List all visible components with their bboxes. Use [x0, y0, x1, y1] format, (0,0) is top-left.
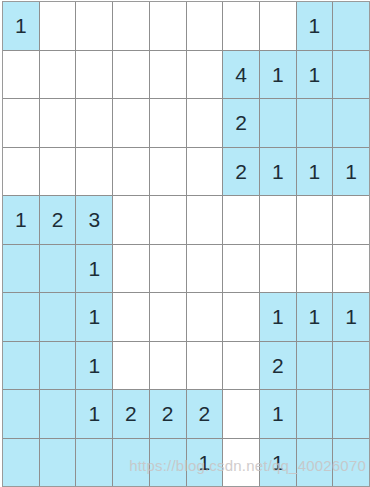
grid-cell[interactable]	[260, 2, 296, 50]
grid-cell[interactable]	[113, 342, 149, 390]
grid-cell[interactable]: 1	[3, 196, 39, 244]
grid-cell[interactable]	[297, 196, 333, 244]
grid-cell[interactable]	[113, 2, 149, 50]
grid-cell[interactable]	[150, 196, 186, 244]
grid-cell[interactable]	[150, 99, 186, 147]
grid-cell[interactable]: 1	[76, 342, 112, 390]
grid-cell[interactable]	[333, 2, 369, 50]
grid-cell[interactable]: 2	[187, 390, 223, 438]
grid-cell[interactable]: 1	[297, 293, 333, 341]
grid-cell[interactable]	[150, 148, 186, 196]
grid-cell[interactable]	[187, 2, 223, 50]
grid-cell[interactable]	[223, 390, 259, 438]
grid-cell[interactable]	[150, 51, 186, 99]
grid-cell[interactable]: 1	[3, 2, 39, 50]
grid-cell[interactable]: 1	[260, 148, 296, 196]
grid-cell[interactable]	[297, 245, 333, 293]
grid-cell[interactable]: 1	[297, 148, 333, 196]
grid-cell[interactable]	[333, 439, 369, 487]
grid-cell[interactable]	[3, 245, 39, 293]
grid-cell[interactable]	[333, 99, 369, 147]
grid-cell[interactable]	[113, 148, 149, 196]
grid-cell[interactable]	[76, 99, 112, 147]
grid-cell[interactable]	[223, 245, 259, 293]
grid-cell[interactable]	[40, 439, 76, 487]
grid-cell[interactable]: 1	[76, 390, 112, 438]
grid-cell[interactable]	[76, 148, 112, 196]
grid-cell[interactable]	[40, 148, 76, 196]
grid-cell[interactable]: 2	[150, 390, 186, 438]
grid-cell[interactable]	[76, 2, 112, 50]
grid-cell[interactable]	[333, 342, 369, 390]
grid-cell[interactable]: 1	[260, 293, 296, 341]
grid-cell[interactable]: 1	[333, 293, 369, 341]
grid-cell[interactable]	[333, 196, 369, 244]
grid-cell[interactable]: 1	[260, 51, 296, 99]
grid-cell[interactable]	[150, 2, 186, 50]
grid-cell[interactable]	[3, 99, 39, 147]
grid-cell[interactable]	[260, 196, 296, 244]
grid-cell[interactable]	[297, 99, 333, 147]
grid-cell[interactable]	[113, 245, 149, 293]
grid-cell[interactable]	[223, 293, 259, 341]
grid-cell[interactable]	[187, 148, 223, 196]
grid-cell[interactable]	[150, 293, 186, 341]
grid-cell[interactable]	[297, 342, 333, 390]
grid-cell[interactable]	[150, 342, 186, 390]
grid-cell[interactable]	[187, 51, 223, 99]
grid-cell[interactable]	[187, 99, 223, 147]
grid-cell[interactable]	[297, 390, 333, 438]
grid-cell[interactable]	[113, 196, 149, 244]
grid-cell[interactable]	[40, 293, 76, 341]
grid-cell[interactable]	[76, 51, 112, 99]
grid-cell[interactable]: 2	[260, 342, 296, 390]
grid-cell[interactable]	[3, 342, 39, 390]
grid-cell[interactable]	[3, 293, 39, 341]
grid-cell[interactable]	[76, 439, 112, 487]
grid-cell[interactable]	[3, 390, 39, 438]
grid-cell[interactable]: 1	[260, 439, 296, 487]
grid-cell[interactable]: 2	[223, 99, 259, 147]
grid-cell[interactable]	[40, 390, 76, 438]
grid-cell[interactable]	[187, 342, 223, 390]
grid-cell[interactable]: 2	[40, 196, 76, 244]
grid-cell[interactable]: 1	[76, 245, 112, 293]
grid-cell[interactable]	[3, 148, 39, 196]
puzzle-grid: 114112211112311111121222111	[2, 1, 370, 487]
grid-cell[interactable]	[297, 439, 333, 487]
grid-cell[interactable]: 1	[187, 439, 223, 487]
grid-cell[interactable]	[40, 342, 76, 390]
grid-cell[interactable]: 1	[76, 293, 112, 341]
grid-cell[interactable]: 2	[113, 390, 149, 438]
grid-cell[interactable]: 1	[260, 390, 296, 438]
grid-cell[interactable]	[187, 245, 223, 293]
grid-cell[interactable]: 3	[76, 196, 112, 244]
grid-cell[interactable]: 2	[223, 148, 259, 196]
grid-cell[interactable]	[40, 51, 76, 99]
grid-cell[interactable]	[187, 196, 223, 244]
grid-cell[interactable]	[223, 439, 259, 487]
grid-cell[interactable]	[113, 51, 149, 99]
grid-cell[interactable]	[113, 439, 149, 487]
grid-cell[interactable]	[260, 245, 296, 293]
grid-cell[interactable]	[333, 245, 369, 293]
grid-cell[interactable]: 1	[333, 148, 369, 196]
grid-cell[interactable]	[260, 99, 296, 147]
grid-cell[interactable]	[40, 2, 76, 50]
grid-cell[interactable]	[150, 439, 186, 487]
puzzle-stage: 114112211112311111121222111 https://blog…	[0, 0, 370, 487]
grid-cell[interactable]	[113, 99, 149, 147]
grid-cell[interactable]	[3, 51, 39, 99]
grid-cell[interactable]	[40, 99, 76, 147]
grid-cell[interactable]	[40, 245, 76, 293]
grid-cell[interactable]	[187, 293, 223, 341]
grid-cell[interactable]	[150, 245, 186, 293]
grid-cell[interactable]	[223, 196, 259, 244]
grid-cell[interactable]: 1	[297, 2, 333, 50]
grid-cell[interactable]: 4	[223, 51, 259, 99]
grid-cell[interactable]: 1	[297, 51, 333, 99]
grid-cell[interactable]	[3, 439, 39, 487]
grid-cell[interactable]	[223, 342, 259, 390]
grid-cell[interactable]	[113, 293, 149, 341]
grid-cell[interactable]	[333, 390, 369, 438]
grid-cell[interactable]	[333, 51, 369, 99]
grid-cell[interactable]	[223, 2, 259, 50]
